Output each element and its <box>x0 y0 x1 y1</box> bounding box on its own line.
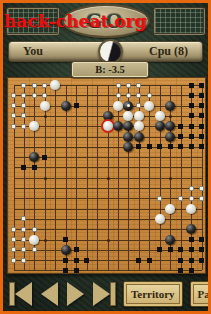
territory-marker-white <box>147 93 152 98</box>
territory-marker-black <box>63 268 68 273</box>
territory-marker-black <box>199 247 204 252</box>
grid-line <box>181 85 182 270</box>
territory-marker-black <box>199 237 204 242</box>
territory-marker-black <box>74 268 79 273</box>
territory-marker-white <box>32 93 37 98</box>
white-stone <box>155 111 165 121</box>
territory-marker-white <box>11 258 16 263</box>
territory-marker-white <box>32 247 37 252</box>
app-logo: GO <box>62 4 150 38</box>
player-right-name: Cpu (8) <box>149 44 188 59</box>
territory-marker-black <box>189 247 194 252</box>
territory-marker-white <box>42 93 47 98</box>
territory-marker-black <box>21 165 26 170</box>
territory-marker-black <box>168 144 173 149</box>
white-stone <box>29 235 39 245</box>
territory-marker-white <box>199 186 204 191</box>
territory-marker-black <box>199 124 204 129</box>
territory-marker-white <box>21 216 26 221</box>
white-stone <box>40 101 50 111</box>
territory-marker-black <box>74 103 79 108</box>
territory-marker-white <box>136 93 141 98</box>
end-bar-icon <box>110 282 116 306</box>
territory-marker-black <box>199 258 204 263</box>
territory-marker-white <box>126 83 131 88</box>
star-point <box>169 177 172 180</box>
territory-marker-black <box>42 155 47 160</box>
territory-marker-black <box>84 258 89 263</box>
black-stone <box>155 121 165 131</box>
pass-button[interactable]: Pass <box>190 281 211 307</box>
territory-marker-black <box>199 83 204 88</box>
arrow-right-icon <box>93 282 110 306</box>
white-stone <box>29 121 39 131</box>
nav-group <box>9 282 116 306</box>
black-stone <box>61 101 71 111</box>
black-stone <box>165 132 175 142</box>
white-stone <box>144 101 154 111</box>
white-stone <box>113 101 123 111</box>
territory-marker-black <box>168 247 173 252</box>
score-badge: B: -3.5 <box>71 61 149 78</box>
territory-marker-white <box>11 103 16 108</box>
territory-marker-black <box>189 113 194 118</box>
territory-marker-black <box>178 134 183 139</box>
decorative-grid-panel-left <box>6 7 59 35</box>
dead-black-stone <box>123 101 133 111</box>
territory-marker-black <box>189 134 194 139</box>
territory-marker-white <box>116 93 121 98</box>
step-back-button[interactable] <box>41 282 58 306</box>
territory-marker-black <box>157 247 162 252</box>
star-point <box>44 239 47 242</box>
arrow-right-icon <box>67 282 84 306</box>
territory-marker-black <box>199 113 204 118</box>
white-stone <box>50 80 60 90</box>
grid-line <box>14 260 202 261</box>
white-stone <box>134 111 144 121</box>
action-buttons: Territory Pass <box>116 281 211 307</box>
star-point <box>44 177 47 180</box>
territory-marker-white <box>116 83 121 88</box>
territory-marker-black <box>178 247 183 252</box>
control-bar: Territory Pass <box>3 274 208 314</box>
white-stone <box>123 111 133 121</box>
grid-line <box>14 250 202 251</box>
territory-marker-black <box>157 144 162 149</box>
territory-marker-white <box>11 113 16 118</box>
territory-marker-black <box>199 93 204 98</box>
territory-marker-black <box>189 93 194 98</box>
territory-marker-black <box>189 258 194 263</box>
dead-stone-dot <box>127 104 130 107</box>
black-stone <box>165 121 175 131</box>
star-point <box>169 115 172 118</box>
territory-marker-black <box>199 144 204 149</box>
grid-line <box>14 198 202 199</box>
territory-marker-black <box>178 268 183 273</box>
territory-marker-white <box>136 83 141 88</box>
black-stone <box>123 132 133 142</box>
grid-line <box>14 219 202 220</box>
territory-marker-black <box>178 258 183 263</box>
header: GO <box>3 4 208 38</box>
territory-marker-black <box>189 83 194 88</box>
black-stone <box>29 152 39 162</box>
player-left-name: You <box>23 44 43 59</box>
territory-marker-black <box>199 134 204 139</box>
territory-marker-black <box>189 237 194 242</box>
grid-line <box>118 85 119 270</box>
territory-marker-white <box>32 83 37 88</box>
black-stone <box>103 111 113 121</box>
territory-marker-white <box>42 83 47 88</box>
black-stone <box>113 121 123 131</box>
decorative-grid-panel-right <box>153 7 206 35</box>
territory-marker-white <box>157 196 162 201</box>
territory-marker-white <box>11 124 16 129</box>
territory-marker-black <box>189 103 194 108</box>
star-point <box>44 115 47 118</box>
territory-marker-black <box>178 124 183 129</box>
territory-marker-black <box>32 165 37 170</box>
white-stone <box>165 204 175 214</box>
black-stone <box>165 235 175 245</box>
territory-marker-black <box>178 144 183 149</box>
white-stone <box>186 204 196 214</box>
territory-marker-white <box>178 196 183 201</box>
territory-marker-white <box>21 103 26 108</box>
last-move-white-stone <box>103 121 113 131</box>
grid-line <box>14 270 202 271</box>
territory-marker-black <box>74 258 79 263</box>
territory-marker-white <box>11 93 16 98</box>
black-stone <box>134 132 144 142</box>
territory-marker-white <box>21 83 26 88</box>
territory-marker-white <box>21 124 26 129</box>
territory-marker-white <box>11 237 16 242</box>
black-stone <box>165 101 175 111</box>
black-stone <box>123 142 133 152</box>
territory-marker-white <box>21 258 26 263</box>
territory-marker-white <box>11 247 16 252</box>
territory-marker-black <box>63 237 68 242</box>
star-point <box>107 177 110 180</box>
territory-marker-black <box>147 144 152 149</box>
territory-marker-white <box>21 247 26 252</box>
territory-marker-black <box>189 124 194 129</box>
star-point <box>107 239 110 242</box>
territory-marker-black <box>199 103 204 108</box>
black-stone <box>186 224 196 234</box>
grid-line <box>149 85 150 270</box>
territory-marker-white <box>21 237 26 242</box>
go-to-start-button[interactable] <box>9 282 32 306</box>
go-to-end-button[interactable] <box>93 282 116 306</box>
territory-marker-black <box>189 268 194 273</box>
arrow-left-icon <box>15 282 32 306</box>
white-stone <box>134 121 144 131</box>
grid-line <box>14 188 202 189</box>
go-board[interactable] <box>7 77 206 274</box>
territory-marker-black <box>136 258 141 263</box>
territory-marker-black <box>74 247 79 252</box>
black-stone <box>61 245 71 255</box>
territory-marker-white <box>11 227 16 232</box>
territory-marker-black <box>136 144 141 149</box>
app-screen: hack-cheat.org GO You Cpu (8) B: -3.5 <box>0 0 211 314</box>
territory-marker-white <box>189 186 194 191</box>
territory-button[interactable]: Territory <box>123 281 183 307</box>
black-stone <box>123 121 133 131</box>
territory-marker-black <box>189 144 194 149</box>
territory-marker-white <box>199 196 204 201</box>
territory-marker-white <box>21 93 26 98</box>
territory-marker-white <box>126 93 131 98</box>
step-forward-button[interactable] <box>67 282 84 306</box>
territory-marker-white <box>136 103 141 108</box>
white-stone <box>155 214 165 224</box>
territory-marker-white <box>21 113 26 118</box>
territory-marker-white <box>189 196 194 201</box>
arrow-left-icon <box>41 282 58 306</box>
grid-line <box>14 229 202 230</box>
territory-marker-white <box>32 227 37 232</box>
territory-marker-black <box>63 258 68 263</box>
territory-marker-black <box>147 258 152 263</box>
territory-marker-white <box>21 227 26 232</box>
